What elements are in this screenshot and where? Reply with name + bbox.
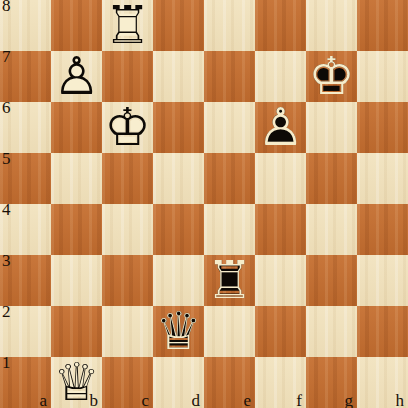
square-d6[interactable] (153, 102, 204, 153)
square-a2[interactable]: 2 (0, 306, 51, 357)
square-a7[interactable]: 7 (0, 51, 51, 102)
square-e3[interactable]: ♜♖ (204, 255, 255, 306)
square-g6[interactable] (306, 102, 357, 153)
black-king-outline: ♔ (306, 51, 357, 102)
white-king: ♚♔ (102, 102, 153, 153)
rank-label-5: 5 (2, 150, 11, 169)
square-d1[interactable]: d (153, 357, 204, 408)
square-c4[interactable] (102, 204, 153, 255)
white-pawn: ♟♙ (51, 51, 102, 102)
square-b8[interactable] (51, 0, 102, 51)
square-c6[interactable]: ♚♔ (102, 102, 153, 153)
black-rook-outline: ♖ (204, 255, 255, 306)
square-a5[interactable]: 5 (0, 153, 51, 204)
square-d8[interactable] (153, 0, 204, 51)
file-label-b: b (90, 392, 99, 408)
black-pawn: ♟♙ (255, 102, 306, 153)
square-a4[interactable]: 4 (0, 204, 51, 255)
square-b5[interactable] (51, 153, 102, 204)
square-c2[interactable] (102, 306, 153, 357)
square-g2[interactable] (306, 306, 357, 357)
file-label-f: f (296, 392, 302, 408)
white-rook-outline: ♖ (102, 0, 153, 51)
white-rook: ♜♖ (102, 0, 153, 51)
file-label-a: a (39, 392, 47, 408)
square-h2[interactable] (357, 306, 408, 357)
square-e5[interactable] (204, 153, 255, 204)
square-h5[interactable] (357, 153, 408, 204)
square-c5[interactable] (102, 153, 153, 204)
white-king-outline: ♔ (102, 102, 153, 153)
square-g4[interactable] (306, 204, 357, 255)
square-e1[interactable]: e (204, 357, 255, 408)
rank-label-1: 1 (2, 354, 11, 373)
square-g8[interactable] (306, 0, 357, 51)
square-c3[interactable] (102, 255, 153, 306)
white-king-body: ♚ (102, 102, 153, 153)
file-label-g: g (345, 392, 354, 408)
black-king-body: ♚ (306, 51, 357, 102)
square-a1[interactable]: 1a (0, 357, 51, 408)
square-h3[interactable] (357, 255, 408, 306)
black-king: ♚♔ (306, 51, 357, 102)
square-b6[interactable] (51, 102, 102, 153)
square-f7[interactable] (255, 51, 306, 102)
square-e8[interactable] (204, 0, 255, 51)
black-pawn-outline: ♙ (255, 102, 306, 153)
rank-label-6: 6 (2, 99, 11, 118)
rank-label-3: 3 (2, 252, 11, 271)
square-f5[interactable] (255, 153, 306, 204)
black-pawn-body: ♟ (255, 102, 306, 153)
black-queen-outline: ♕ (153, 306, 204, 357)
black-queen: ♛♕ (153, 306, 204, 357)
square-f3[interactable] (255, 255, 306, 306)
square-f4[interactable] (255, 204, 306, 255)
square-g3[interactable] (306, 255, 357, 306)
file-label-h: h (396, 392, 405, 408)
square-g1[interactable]: g (306, 357, 357, 408)
square-f8[interactable] (255, 0, 306, 51)
square-f2[interactable] (255, 306, 306, 357)
square-c7[interactable] (102, 51, 153, 102)
square-d5[interactable] (153, 153, 204, 204)
file-label-c: c (141, 392, 149, 408)
square-h4[interactable] (357, 204, 408, 255)
square-e2[interactable] (204, 306, 255, 357)
square-a8[interactable]: 8 (0, 0, 51, 51)
square-d2[interactable]: ♛♕ (153, 306, 204, 357)
square-h8[interactable] (357, 0, 408, 51)
square-e6[interactable] (204, 102, 255, 153)
black-rook: ♜♖ (204, 255, 255, 306)
rank-label-2: 2 (2, 303, 11, 322)
square-f6[interactable]: ♟♙ (255, 102, 306, 153)
square-e7[interactable] (204, 51, 255, 102)
square-b4[interactable] (51, 204, 102, 255)
square-h1[interactable]: h (357, 357, 408, 408)
white-pawn-body: ♟ (51, 51, 102, 102)
square-b3[interactable] (51, 255, 102, 306)
black-rook-body: ♜ (204, 255, 255, 306)
square-f1[interactable]: f (255, 357, 306, 408)
square-d4[interactable] (153, 204, 204, 255)
square-c1[interactable]: c (102, 357, 153, 408)
file-label-e: e (243, 392, 251, 408)
square-b7[interactable]: ♟♙ (51, 51, 102, 102)
rank-label-8: 8 (2, 0, 11, 16)
square-c8[interactable]: ♜♖ (102, 0, 153, 51)
square-h6[interactable] (357, 102, 408, 153)
rank-label-4: 4 (2, 201, 11, 220)
square-e4[interactable] (204, 204, 255, 255)
square-a6[interactable]: 6 (0, 102, 51, 153)
white-pawn-outline: ♙ (51, 51, 102, 102)
square-a3[interactable]: 3 (0, 255, 51, 306)
chess-board: 8♜♖7♟♙♚♔6♚♔♟♙543♜♖2♛♕1ab♛♕cdefgh (0, 0, 408, 408)
white-rook-body: ♜ (102, 0, 153, 51)
black-queen-body: ♛ (153, 306, 204, 357)
square-b1[interactable]: b♛♕ (51, 357, 102, 408)
file-label-d: d (192, 392, 201, 408)
square-g7[interactable]: ♚♔ (306, 51, 357, 102)
square-d7[interactable] (153, 51, 204, 102)
square-d3[interactable] (153, 255, 204, 306)
square-h7[interactable] (357, 51, 408, 102)
square-b2[interactable] (51, 306, 102, 357)
rank-label-7: 7 (2, 48, 11, 67)
square-g5[interactable] (306, 153, 357, 204)
